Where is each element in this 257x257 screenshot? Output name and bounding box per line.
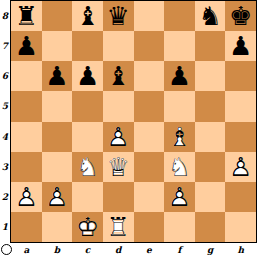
rank-label-3: 3 bbox=[0, 152, 10, 182]
square-a5[interactable] bbox=[11, 91, 42, 121]
square-d7[interactable] bbox=[103, 31, 134, 61]
rank-label-1: 1 bbox=[0, 212, 10, 242]
white-to-move-indicator bbox=[1, 244, 12, 255]
square-e2[interactable] bbox=[134, 182, 165, 212]
square-a6[interactable] bbox=[11, 61, 42, 91]
square-a1[interactable] bbox=[11, 212, 42, 242]
square-e7[interactable] bbox=[134, 31, 165, 61]
square-a8[interactable]: ♜ bbox=[11, 1, 42, 31]
file-label-e: e bbox=[134, 243, 165, 256]
piece-bN-g8[interactable]: ♞ bbox=[195, 1, 226, 31]
square-c3[interactable]: ♞♘ bbox=[72, 152, 103, 182]
piece-wR-d1[interactable]: ♜♖ bbox=[103, 212, 134, 242]
piece-bB-c8[interactable]: ♝ bbox=[72, 1, 103, 31]
square-a2[interactable]: ♟♙ bbox=[11, 182, 42, 212]
piece-wP-f2[interactable]: ♟♙ bbox=[164, 182, 195, 212]
piece-bP-b6[interactable]: ♟ bbox=[42, 61, 73, 91]
square-f7[interactable] bbox=[164, 31, 195, 61]
square-b3[interactable] bbox=[42, 152, 73, 182]
square-h8[interactable]: ♚ bbox=[225, 1, 256, 31]
square-c1[interactable]: ♚♔ bbox=[72, 212, 103, 242]
square-f5[interactable] bbox=[164, 91, 195, 121]
square-e1[interactable] bbox=[134, 212, 165, 242]
square-a7[interactable]: ♟ bbox=[11, 31, 42, 61]
piece-wN-c3[interactable]: ♞♘ bbox=[72, 152, 103, 182]
square-c6[interactable]: ♟ bbox=[72, 61, 103, 91]
square-h1[interactable] bbox=[225, 212, 256, 242]
piece-bK-h8[interactable]: ♚ bbox=[225, 1, 256, 31]
piece-bQ-d8[interactable]: ♛ bbox=[103, 1, 134, 31]
square-a3[interactable] bbox=[11, 152, 42, 182]
square-c4[interactable] bbox=[72, 122, 103, 152]
rank-label-8: 8 bbox=[0, 1, 10, 31]
square-b6[interactable]: ♟ bbox=[42, 61, 73, 91]
square-h6[interactable] bbox=[225, 61, 256, 91]
square-d8[interactable]: ♛ bbox=[103, 1, 134, 31]
square-g6[interactable] bbox=[195, 61, 226, 91]
file-label-g: g bbox=[195, 243, 226, 256]
square-b2[interactable]: ♟♙ bbox=[42, 182, 73, 212]
square-a4[interactable] bbox=[11, 122, 42, 152]
square-b8[interactable] bbox=[42, 1, 73, 31]
piece-bP-h7[interactable]: ♟ bbox=[225, 31, 256, 61]
square-e4[interactable] bbox=[134, 122, 165, 152]
rank-label-2: 2 bbox=[0, 182, 10, 212]
square-g5[interactable] bbox=[195, 91, 226, 121]
square-g1[interactable] bbox=[195, 212, 226, 242]
square-g2[interactable] bbox=[195, 182, 226, 212]
piece-wK-c1[interactable]: ♚♔ bbox=[72, 212, 103, 242]
piece-bP-c6[interactable]: ♟ bbox=[72, 61, 103, 91]
square-g4[interactable] bbox=[195, 122, 226, 152]
square-g3[interactable] bbox=[195, 152, 226, 182]
rank-label-4: 4 bbox=[0, 122, 10, 152]
piece-wP-h3[interactable]: ♟♙ bbox=[225, 152, 256, 182]
square-f2[interactable]: ♟♙ bbox=[164, 182, 195, 212]
square-f3[interactable]: ♞♘ bbox=[164, 152, 195, 182]
square-f6[interactable]: ♟ bbox=[164, 61, 195, 91]
square-f4[interactable]: ♝♗ bbox=[164, 122, 195, 152]
square-b1[interactable] bbox=[42, 212, 73, 242]
square-d1[interactable]: ♜♖ bbox=[103, 212, 134, 242]
piece-bB-d6[interactable]: ♝ bbox=[103, 61, 134, 91]
piece-wB-f4[interactable]: ♝♗ bbox=[164, 122, 195, 152]
piece-bP-a7[interactable]: ♟ bbox=[11, 31, 42, 61]
chess-diagram: 87654321 ♜♝♛♞♚♟♟♟♟♝♟♟♙♝♗♞♘♛♕♞♘♟♙♟♙♟♙♟♙♚♔… bbox=[0, 0, 257, 257]
square-c5[interactable] bbox=[72, 91, 103, 121]
file-label-a: a bbox=[11, 243, 42, 256]
square-d3[interactable]: ♛♕ bbox=[103, 152, 134, 182]
square-g8[interactable]: ♞ bbox=[195, 1, 226, 31]
piece-wP-b2[interactable]: ♟♙ bbox=[42, 182, 73, 212]
piece-wP-d4[interactable]: ♟♙ bbox=[103, 122, 134, 152]
chess-board: ♜♝♛♞♚♟♟♟♟♝♟♟♙♝♗♞♘♛♕♞♘♟♙♟♙♟♙♟♙♚♔♜♖ bbox=[10, 0, 257, 243]
square-f1[interactable] bbox=[164, 212, 195, 242]
file-labels: abcdefgh bbox=[11, 243, 256, 256]
file-label-f: f bbox=[164, 243, 195, 256]
piece-wQ-d3[interactable]: ♛♕ bbox=[103, 152, 134, 182]
file-label-h: h bbox=[225, 243, 256, 256]
rank-label-7: 7 bbox=[0, 31, 10, 61]
piece-bR-a8[interactable]: ♜ bbox=[11, 1, 42, 31]
square-g7[interactable] bbox=[195, 31, 226, 61]
rank-label-6: 6 bbox=[0, 61, 10, 91]
square-d5[interactable] bbox=[103, 91, 134, 121]
rank-label-5: 5 bbox=[0, 91, 10, 121]
square-f8[interactable] bbox=[164, 1, 195, 31]
square-h4[interactable] bbox=[225, 122, 256, 152]
piece-wP-a2[interactable]: ♟♙ bbox=[11, 182, 42, 212]
square-d6[interactable]: ♝ bbox=[103, 61, 134, 91]
square-e3[interactable] bbox=[134, 152, 165, 182]
file-label-d: d bbox=[103, 243, 134, 256]
square-e8[interactable] bbox=[134, 1, 165, 31]
square-c7[interactable] bbox=[72, 31, 103, 61]
square-c8[interactable]: ♝ bbox=[72, 1, 103, 31]
square-h5[interactable] bbox=[225, 91, 256, 121]
square-b7[interactable] bbox=[42, 31, 73, 61]
rank-labels: 87654321 bbox=[0, 1, 10, 242]
piece-wN-f3[interactable]: ♞♘ bbox=[164, 152, 195, 182]
file-label-b: b bbox=[42, 243, 73, 256]
square-d4[interactable]: ♟♙ bbox=[103, 122, 134, 152]
square-d2[interactable] bbox=[103, 182, 134, 212]
square-h3[interactable]: ♟♙ bbox=[225, 152, 256, 182]
square-b4[interactable] bbox=[42, 122, 73, 152]
square-h2[interactable] bbox=[225, 182, 256, 212]
piece-bP-f6[interactable]: ♟ bbox=[164, 61, 195, 91]
square-e6[interactable] bbox=[134, 61, 165, 91]
square-b5[interactable] bbox=[42, 91, 73, 121]
square-e5[interactable] bbox=[134, 91, 165, 121]
file-label-c: c bbox=[72, 243, 103, 256]
square-c2[interactable] bbox=[72, 182, 103, 212]
square-h7[interactable]: ♟ bbox=[225, 31, 256, 61]
